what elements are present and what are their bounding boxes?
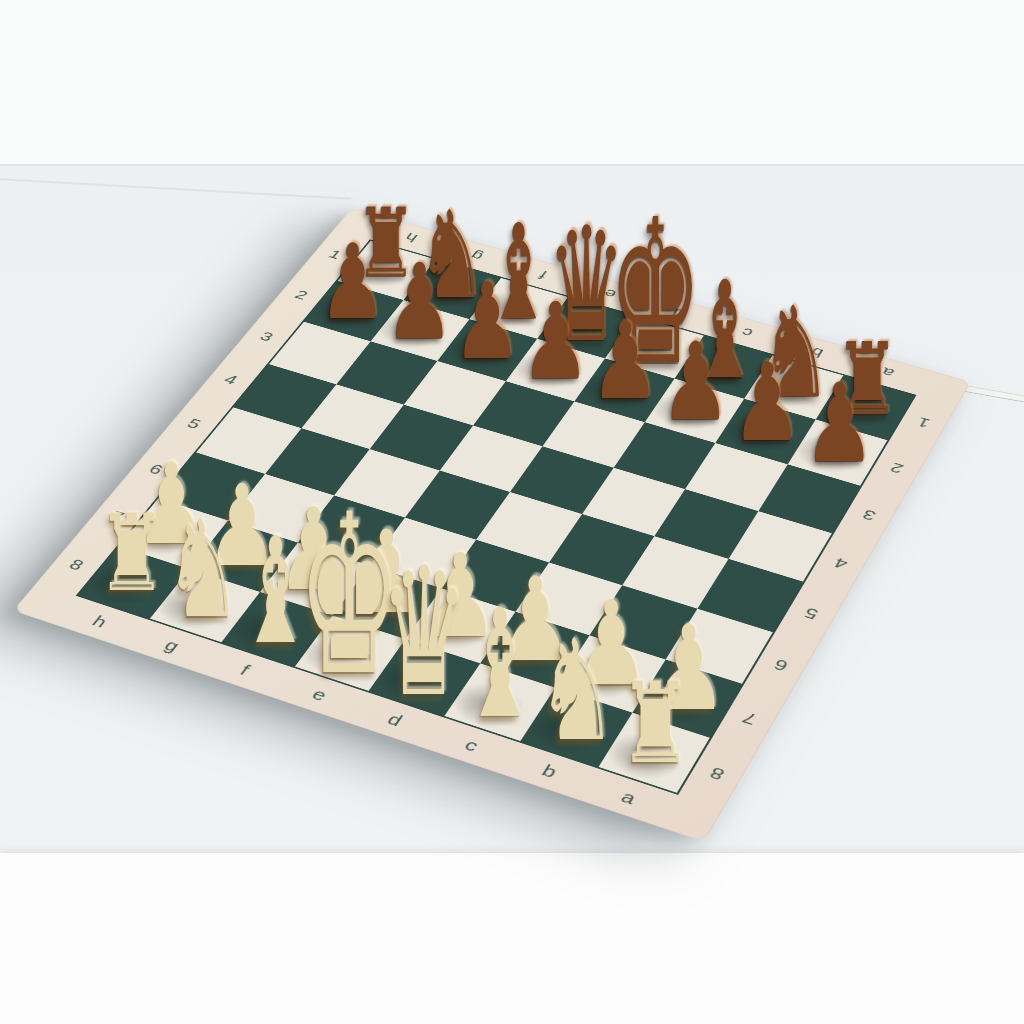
piece-brown-pawn-e2[interactable]: ♟: [521, 288, 590, 394]
piece-brown-pawn-c2[interactable]: ♟: [661, 328, 731, 435]
piece-cream-rook-a8[interactable]: ♜: [618, 669, 691, 781]
piece-cream-knight-b8[interactable]: ♞: [536, 622, 617, 762]
table-surface: [0, 853, 1024, 1024]
piece-brown-pawn-a2[interactable]: ♟: [804, 369, 875, 478]
piece-cream-bishop-c8[interactable]: ♝: [462, 589, 538, 739]
piece-cream-knight-g8[interactable]: ♞: [164, 503, 242, 638]
piece-brown-pawn-b2[interactable]: ♟: [732, 348, 803, 456]
piece-brown-pawn-h2[interactable]: ♟: [319, 231, 387, 335]
photo-scene: hgfedcba hgfedcba 12345678 12345678 ♜♞♝♟…: [0, 0, 1024, 1024]
piece-cream-queen-d8[interactable]: ♛: [380, 543, 468, 721]
piece-cream-rook-h8[interactable]: ♜: [97, 502, 167, 608]
piece-brown-pawn-d2[interactable]: ♟: [590, 308, 660, 415]
background-wall-upper: [0, 0, 1024, 165]
piece-brown-pawn-g2[interactable]: ♟: [385, 250, 453, 354]
piece-brown-pawn-f2[interactable]: ♟: [453, 269, 522, 374]
